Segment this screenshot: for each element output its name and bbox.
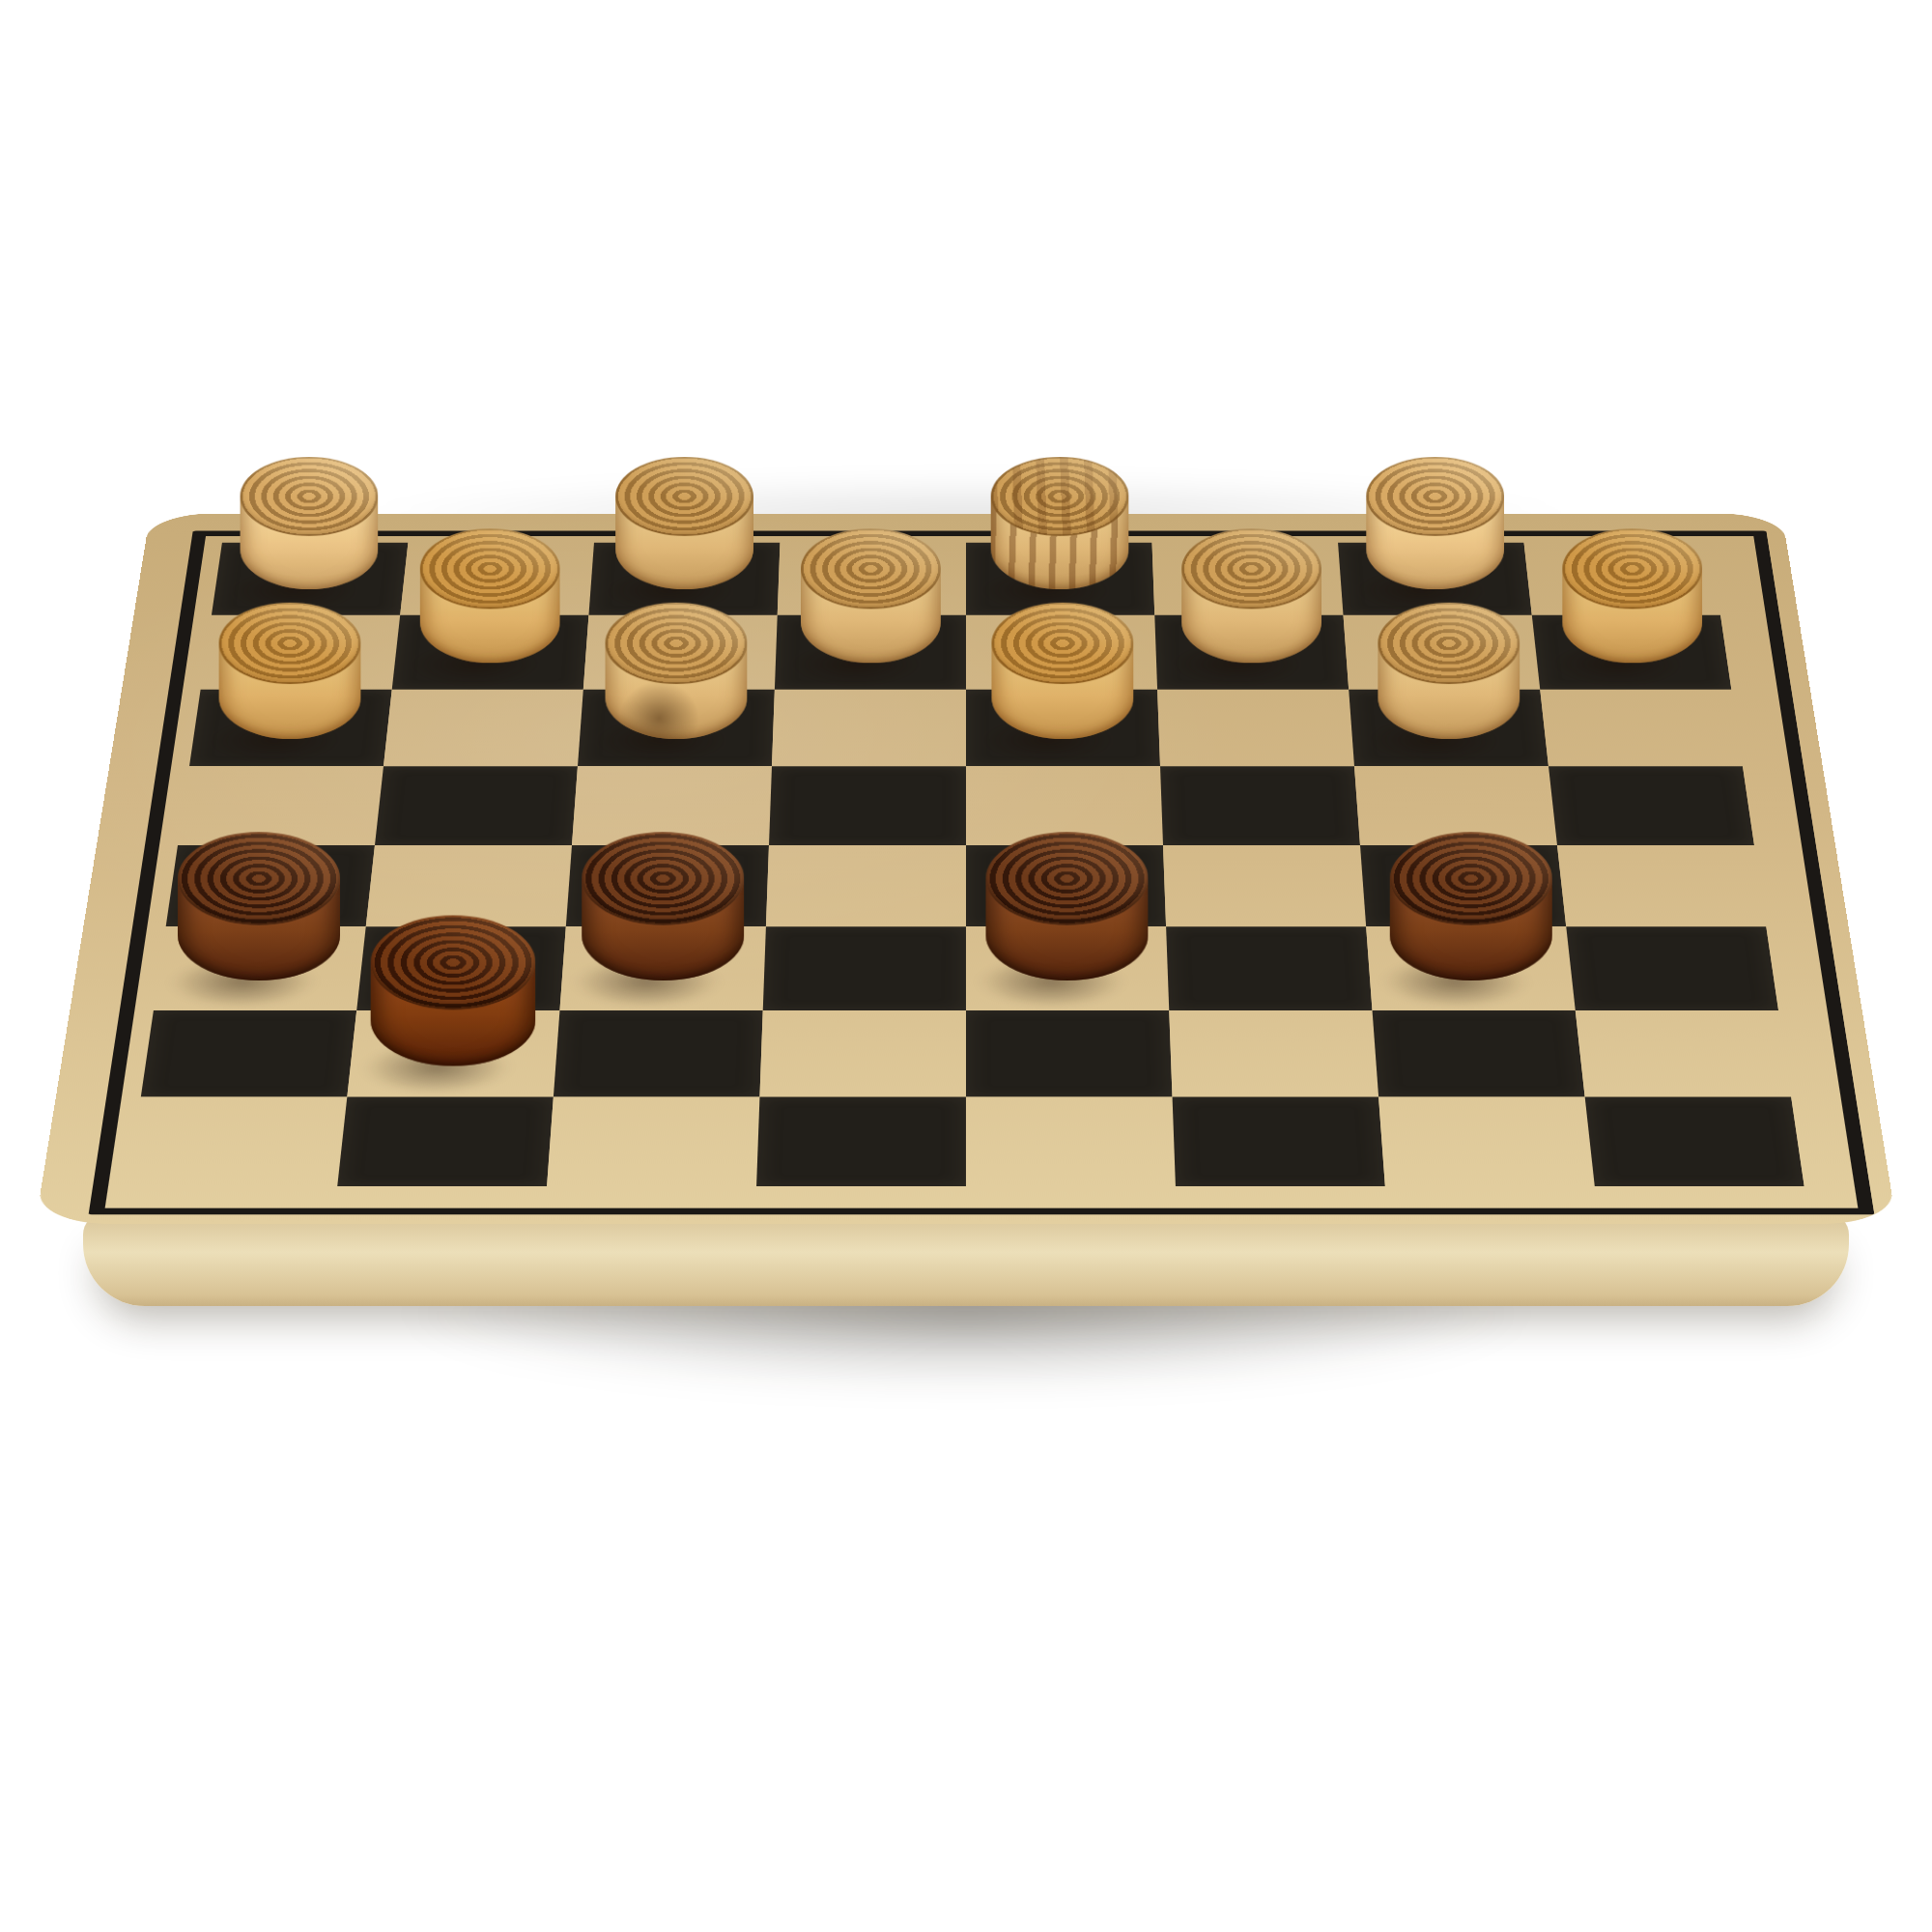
checker-light-r2c2[interactable] — [420, 528, 560, 663]
checker-light-r3c1[interactable] — [219, 603, 361, 739]
checker-top-rings — [371, 915, 536, 1009]
square-r6c8-black[interactable] — [1566, 926, 1778, 1010]
checker-light-r2c4[interactable] — [801, 528, 941, 663]
checker-top-rings — [986, 832, 1149, 924]
checker-top-rings — [991, 457, 1129, 536]
checker-dark-r6c1[interactable] — [178, 832, 340, 980]
square-r8c2-black[interactable] — [337, 1097, 554, 1186]
checker-top-rings — [606, 603, 748, 684]
checker-top-rings — [1181, 528, 1321, 609]
square-r8c6-black[interactable] — [1173, 1097, 1385, 1186]
checker-top-rings — [1562, 528, 1702, 609]
product-photo-checkers-set: { "game": { "name": "checkers", "variant… — [0, 0, 1932, 1932]
checker-dark-r6c7[interactable] — [1390, 832, 1552, 980]
square-r7c1-black[interactable] — [141, 1010, 356, 1097]
square-r4c6-black[interactable] — [1160, 766, 1360, 845]
checker-light-r3c7[interactable] — [1378, 603, 1520, 739]
checker-light-r3c3[interactable] — [606, 603, 748, 739]
checker-top-rings — [219, 603, 361, 684]
square-r5c4-tan[interactable] — [766, 845, 966, 926]
square-r6c6-black[interactable] — [1166, 926, 1372, 1010]
checker-top-rings — [178, 832, 340, 924]
square-r8c5-tan[interactable] — [966, 1097, 1176, 1186]
square-r3c6-tan[interactable] — [1157, 690, 1354, 766]
square-r6c4-black[interactable] — [763, 926, 966, 1010]
square-r3c2-tan[interactable] — [384, 690, 583, 766]
square-r7c4-tan[interactable] — [759, 1010, 966, 1097]
square-r4c4-black[interactable] — [769, 766, 966, 845]
checker-top-rings — [991, 603, 1133, 684]
checker-dark-r7c2[interactable] — [371, 915, 536, 1065]
checker-top-rings — [615, 457, 753, 536]
checker-light-r1c1[interactable] — [241, 457, 379, 589]
square-r8c3-tan[interactable] — [547, 1097, 759, 1186]
checker-top-rings — [420, 528, 560, 609]
square-r8c4-black[interactable] — [756, 1097, 966, 1186]
checker-top-rings — [582, 832, 744, 924]
checker-top-rings — [1366, 457, 1504, 536]
checker-dark-r6c3[interactable] — [582, 832, 744, 980]
square-r7c7-black[interactable] — [1373, 1010, 1585, 1097]
square-r4c2-black[interactable] — [375, 766, 578, 845]
checker-top-rings — [241, 457, 379, 536]
checker-light-r2c8[interactable] — [1562, 528, 1702, 663]
square-r5c8-tan[interactable] — [1557, 845, 1766, 926]
checker-light-r3c5[interactable] — [991, 603, 1133, 739]
checker-top-rings — [801, 528, 941, 609]
square-r8c8-black[interactable] — [1585, 1097, 1804, 1186]
checker-light-r1c7[interactable] — [1366, 457, 1504, 589]
square-r5c6-tan[interactable] — [1163, 845, 1366, 926]
square-r3c4-tan[interactable] — [772, 690, 966, 766]
checkers-board — [36, 514, 1897, 1224]
checker-top-rings — [1390, 832, 1552, 924]
square-r3c8-tan[interactable] — [1540, 690, 1743, 766]
checker-dark-r6c5[interactable] — [986, 832, 1149, 980]
square-r7c5-black[interactable] — [966, 1010, 1173, 1097]
checker-light-r2c6[interactable] — [1181, 528, 1321, 663]
square-r4c8-black[interactable] — [1548, 766, 1754, 845]
square-r7c3-black[interactable] — [554, 1010, 763, 1097]
square-r8c1-tan[interactable] — [128, 1097, 347, 1186]
square-r7c6-tan[interactable] — [1169, 1010, 1378, 1097]
square-r8c7-tan[interactable] — [1378, 1097, 1595, 1186]
checker-light-r1c3[interactable] — [615, 457, 753, 589]
square-r7c8-tan[interactable] — [1576, 1010, 1791, 1097]
checker-light-r1c5[interactable] — [991, 457, 1129, 589]
checker-top-rings — [1378, 603, 1520, 684]
board-front-bevel-edge — [83, 1213, 1849, 1306]
